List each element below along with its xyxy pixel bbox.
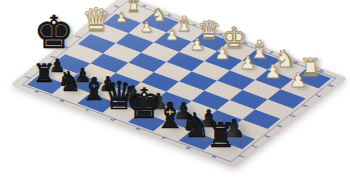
rank-label-left-1: 1 (12, 71, 42, 84)
rank-label-left-2: 2 (25, 61, 55, 74)
chess-board-grid (27, 4, 331, 160)
rank-label-left-7: 7 (89, 10, 119, 23)
rank-label-left-4: 4 (51, 40, 81, 53)
rank-label-left-3: 3 (38, 51, 68, 64)
rank-label-left-5: 5 (63, 30, 93, 43)
rank-label-left-8: 8 (101, 0, 131, 13)
rank-label-left-6: 6 (76, 20, 106, 33)
chess-board-vinyl-mat: aabbccddeeffgghh1122334455667788 (10, 0, 348, 168)
chess-set-product-photo: aabbccddeeffgghh1122334455667788 ♜♞♝♛♚♝♞… (0, 0, 350, 184)
